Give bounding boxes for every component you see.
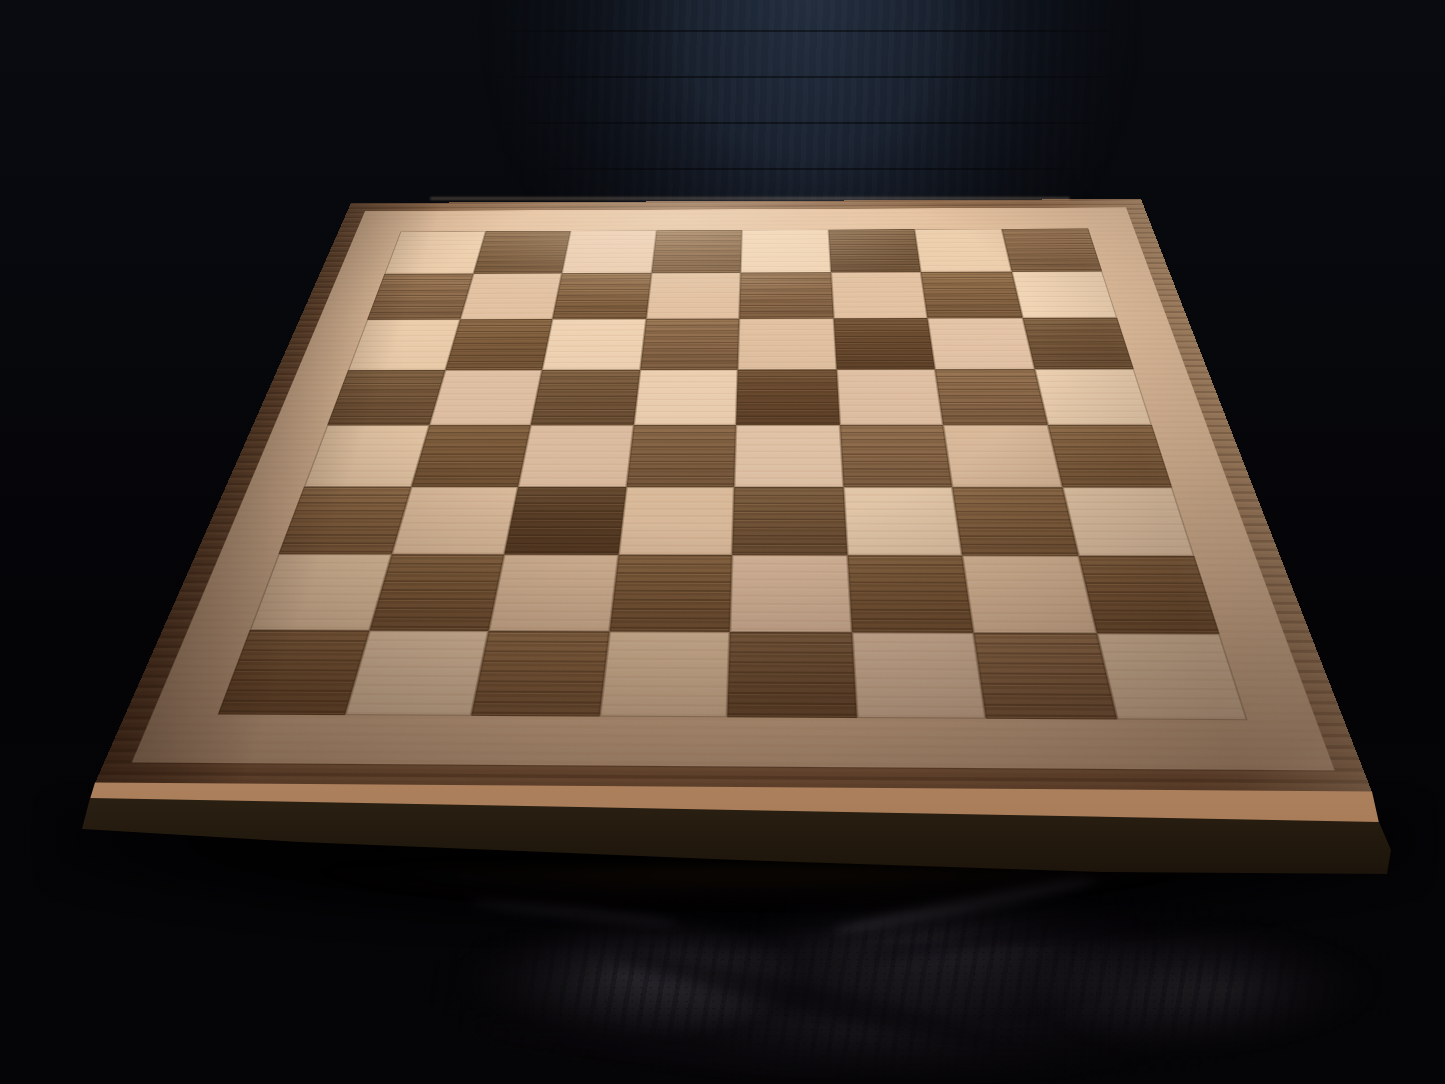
square-h2[interactable] — [1078, 556, 1219, 633]
square-e8[interactable] — [741, 230, 831, 273]
square-a6[interactable] — [348, 319, 460, 370]
square-b1[interactable] — [344, 630, 489, 716]
square-e1[interactable] — [727, 631, 856, 718]
square-a4[interactable] — [304, 425, 429, 486]
square-a5[interactable] — [327, 370, 445, 425]
square-a7[interactable] — [367, 273, 473, 319]
square-c8[interactable] — [562, 230, 656, 273]
square-g5[interactable] — [935, 369, 1047, 425]
square-d6[interactable] — [640, 319, 740, 370]
square-c2[interactable] — [489, 555, 618, 631]
square-f3[interactable] — [843, 487, 962, 556]
square-c3[interactable] — [504, 486, 626, 554]
square-e4[interactable] — [734, 425, 843, 487]
square-e6[interactable] — [738, 318, 836, 369]
square-b6[interactable] — [445, 319, 553, 370]
square-g8[interactable] — [914, 229, 1011, 272]
square-b5[interactable] — [429, 370, 542, 426]
square-h6[interactable] — [1022, 318, 1134, 369]
square-e3[interactable] — [732, 487, 847, 556]
board-table-reflection — [300, 866, 1200, 910]
square-f5[interactable] — [836, 369, 943, 425]
square-c5[interactable] — [531, 370, 640, 426]
square-d7[interactable] — [646, 272, 741, 319]
square-b7[interactable] — [460, 273, 562, 319]
square-c7[interactable] — [552, 273, 651, 319]
square-d8[interactable] — [651, 230, 742, 273]
square-f1[interactable] — [851, 632, 986, 719]
square-c6[interactable] — [542, 319, 646, 370]
square-d4[interactable] — [626, 425, 736, 487]
square-d2[interactable] — [609, 555, 732, 632]
square-f7[interactable] — [830, 272, 927, 319]
square-e2[interactable] — [730, 555, 851, 632]
square-h8[interactable] — [1001, 228, 1102, 271]
board-far-rim-highlight — [430, 197, 1070, 200]
square-h3[interactable] — [1062, 487, 1195, 556]
square-d3[interactable] — [618, 487, 734, 555]
square-g1[interactable] — [973, 632, 1116, 719]
square-d1[interactable] — [599, 631, 730, 717]
scene — [0, 0, 1445, 1084]
square-e5[interactable] — [736, 369, 839, 425]
square-e7[interactable] — [739, 272, 833, 319]
square-f8[interactable] — [828, 229, 921, 272]
square-c1[interactable] — [471, 631, 609, 717]
square-b4[interactable] — [411, 425, 531, 486]
square-g3[interactable] — [952, 487, 1078, 556]
square-d5[interactable] — [633, 369, 738, 425]
square-a8[interactable] — [384, 231, 485, 274]
square-h4[interactable] — [1047, 425, 1172, 487]
square-h5[interactable] — [1034, 369, 1152, 425]
square-g2[interactable] — [962, 556, 1096, 633]
square-g7[interactable] — [921, 271, 1022, 318]
square-g4[interactable] — [943, 425, 1062, 487]
square-f4[interactable] — [839, 425, 952, 487]
square-f2[interactable] — [847, 555, 974, 632]
square-h7[interactable] — [1011, 271, 1117, 318]
square-f6[interactable] — [833, 318, 935, 369]
square-b2[interactable] — [369, 554, 504, 630]
square-b8[interactable] — [473, 231, 571, 274]
square-b3[interactable] — [391, 486, 518, 554]
square-g6[interactable] — [927, 318, 1034, 369]
square-c4[interactable] — [518, 425, 633, 486]
